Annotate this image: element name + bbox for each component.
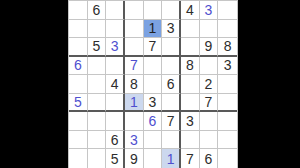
sudoku-cell-r6c5[interactable]: 3	[144, 94, 163, 113]
sudoku-cell-r4c7[interactable]: 8	[181, 57, 200, 76]
sudoku-cell-r2c6[interactable]: 3	[162, 20, 181, 39]
sudoku-cell-r6c6[interactable]	[162, 94, 181, 113]
sudoku-cell-r5c1[interactable]	[69, 75, 88, 94]
sudoku-cell-r1c6[interactable]	[162, 1, 181, 20]
sudoku-cell-r8c5[interactable]	[144, 131, 163, 150]
sudoku-cell-r9c8[interactable]: 6	[200, 149, 219, 168]
sudoku-cell-r1c5[interactable]	[144, 1, 163, 20]
sudoku-cell-r8c9[interactable]	[218, 131, 237, 150]
sudoku-cell-r3c7[interactable]	[181, 38, 200, 57]
sudoku-cell-r2c2[interactable]	[88, 20, 107, 39]
sudoku-cell-r7c9[interactable]	[218, 112, 237, 131]
sudoku-cell-r3c3[interactable]: 3	[106, 38, 125, 57]
sudoku-cell-r2c5[interactable]: 1	[144, 20, 163, 39]
sudoku-cell-r4c4[interactable]: 7	[125, 57, 144, 76]
sudoku-cell-r8c7[interactable]	[181, 131, 200, 150]
sudoku-cell-r5c2[interactable]	[88, 75, 107, 94]
sudoku-cell-r3c1[interactable]	[69, 38, 88, 57]
sudoku-cell-r4c6[interactable]	[162, 57, 181, 76]
sudoku-cell-r8c6[interactable]	[162, 131, 181, 150]
sudoku-cell-r9c3[interactable]: 5	[106, 149, 125, 168]
sudoku-cell-r6c9[interactable]	[218, 94, 237, 113]
sudoku-cell-r3c8[interactable]: 9	[200, 38, 219, 57]
sudoku-cell-r5c3[interactable]: 4	[106, 75, 125, 94]
sudoku-cell-r1c3[interactable]	[106, 1, 125, 20]
sudoku-cell-r9c6[interactable]: 1	[162, 149, 181, 168]
sudoku-cell-r6c7[interactable]	[181, 94, 200, 113]
sudoku-cell-r3c6[interactable]	[162, 38, 181, 57]
sudoku-cell-r5c9[interactable]	[218, 75, 237, 94]
sudoku-cell-r8c1[interactable]	[69, 131, 88, 150]
sudoku-cell-r9c4[interactable]: 9	[125, 149, 144, 168]
letterbox-right	[238, 0, 300, 168]
sudoku-cell-r7c8[interactable]	[200, 112, 219, 131]
sudoku-cell-r5c7[interactable]	[181, 75, 200, 94]
sudoku-cell-r4c8[interactable]	[200, 57, 219, 76]
sudoku-cell-r1c7[interactable]: 4	[181, 1, 200, 20]
sudoku-cell-r8c4[interactable]: 3	[125, 131, 144, 150]
sudoku-cell-r4c1[interactable]: 6	[69, 57, 88, 76]
sudoku-cell-r7c3[interactable]	[106, 112, 125, 131]
letterbox-left	[0, 0, 68, 168]
sudoku-cell-r6c3[interactable]	[106, 94, 125, 113]
sudoku-cell-r9c7[interactable]: 7	[181, 149, 200, 168]
sudoku-cell-r1c9[interactable]	[218, 1, 237, 20]
sudoku-cell-r9c5[interactable]	[144, 149, 163, 168]
sudoku-cell-r7c2[interactable]	[88, 112, 107, 131]
sudoku-cell-r6c1[interactable]: 5	[69, 94, 88, 113]
sudoku-cell-r2c8[interactable]	[200, 20, 219, 39]
sudoku-cell-r6c2[interactable]	[88, 94, 107, 113]
sudoku-cell-r5c8[interactable]: 2	[200, 75, 219, 94]
sudoku-cell-r8c8[interactable]	[200, 131, 219, 150]
sudoku-cell-r7c5[interactable]: 6	[144, 112, 163, 131]
sudoku-cell-r1c8[interactable]: 3	[200, 1, 219, 20]
sudoku-cell-r1c1[interactable]	[69, 1, 88, 20]
sudoku-cell-r2c9[interactable]	[218, 20, 237, 39]
sudoku-cell-r9c9[interactable]	[218, 149, 237, 168]
sudoku-cell-r7c6[interactable]: 7	[162, 112, 181, 131]
sudoku-cell-r1c4[interactable]	[125, 1, 144, 20]
sudoku-cell-r4c5[interactable]	[144, 57, 163, 76]
sudoku-cell-r9c2[interactable]	[88, 149, 107, 168]
sudoku-cell-r6c8[interactable]: 7	[200, 94, 219, 113]
sudoku-cell-r4c9[interactable]: 3	[218, 57, 237, 76]
sudoku-cell-r8c2[interactable]	[88, 131, 107, 150]
sudoku-cell-r2c1[interactable]	[69, 20, 88, 39]
sudoku-cell-r7c7[interactable]: 3	[181, 112, 200, 131]
sudoku-cell-r3c5[interactable]: 7	[144, 38, 163, 57]
sudoku-cell-r9c1[interactable]	[69, 149, 88, 168]
sudoku-cell-r2c3[interactable]	[106, 20, 125, 39]
sudoku-cell-r7c1[interactable]	[69, 112, 88, 131]
sudoku-cell-r8c3[interactable]: 6	[106, 131, 125, 150]
sudoku-cell-r6c4[interactable]: 1	[125, 94, 144, 113]
sudoku-cell-r5c4[interactable]: 8	[125, 75, 144, 94]
sudoku-board: 64313537986783486251376736359176	[68, 0, 238, 168]
sudoku-cell-r2c7[interactable]	[181, 20, 200, 39]
sudoku-cell-r1c2[interactable]: 6	[88, 1, 107, 20]
sudoku-cell-r4c3[interactable]	[106, 57, 125, 76]
sudoku-cell-r7c4[interactable]	[125, 112, 144, 131]
sudoku-cell-r2c4[interactable]	[125, 20, 144, 39]
sudoku-cell-r3c2[interactable]: 5	[88, 38, 107, 57]
sudoku-cell-r5c5[interactable]	[144, 75, 163, 94]
sudoku-cell-r3c9[interactable]: 8	[218, 38, 237, 57]
app-background: 64313537986783486251376736359176	[0, 0, 300, 168]
sudoku-cell-r4c2[interactable]	[88, 57, 107, 76]
sudoku-cell-r5c6[interactable]: 6	[162, 75, 181, 94]
sudoku-cell-r3c4[interactable]	[125, 38, 144, 57]
